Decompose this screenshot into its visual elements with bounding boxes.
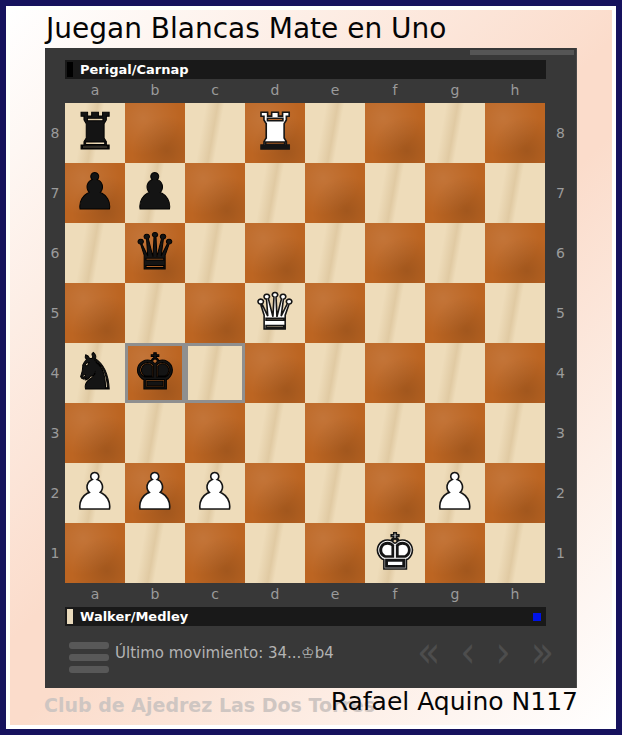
player-name-white: Walker/Medley xyxy=(80,609,188,624)
square-a8[interactable]: ♜ xyxy=(65,103,125,163)
page-title: Juegan Blancas Mate en Uno xyxy=(46,12,446,45)
square-c6[interactable] xyxy=(185,223,245,283)
chess-app-panel: Perigal/Carnap abcdefgh 87654321 8765432… xyxy=(45,48,577,688)
file-label: b xyxy=(125,585,185,603)
square-d1[interactable] xyxy=(245,523,305,583)
square-d7[interactable] xyxy=(245,163,305,223)
file-label: d xyxy=(245,585,305,603)
square-g7[interactable] xyxy=(425,163,485,223)
square-h3[interactable] xyxy=(485,403,545,463)
rank-label: 4 xyxy=(45,343,65,403)
square-b2[interactable]: ♟ xyxy=(125,463,185,523)
file-label: h xyxy=(485,585,545,603)
player-bar-black: Perigal/Carnap xyxy=(65,60,546,79)
square-b6[interactable]: ♛ xyxy=(125,223,185,283)
file-label: c xyxy=(185,585,245,603)
square-c5[interactable] xyxy=(185,283,245,343)
rank-label: 7 xyxy=(45,163,65,223)
piece-white-pawn: ♟ xyxy=(65,463,125,523)
square-c4[interactable] xyxy=(185,343,245,403)
square-e2[interactable] xyxy=(305,463,365,523)
file-labels-top: abcdefgh xyxy=(65,81,545,99)
square-h2[interactable] xyxy=(485,463,545,523)
file-labels-bottom: abcdefgh xyxy=(65,585,545,603)
rank-label: 1 xyxy=(45,523,65,583)
file-label: b xyxy=(125,81,185,99)
square-d5[interactable]: ♛ xyxy=(245,283,305,343)
square-a1[interactable] xyxy=(65,523,125,583)
rank-label: 5 xyxy=(545,283,576,343)
square-f7[interactable] xyxy=(365,163,425,223)
square-h7[interactable] xyxy=(485,163,545,223)
square-d8[interactable]: ♜ xyxy=(245,103,305,163)
piece-black-rook: ♜ xyxy=(65,103,125,163)
square-h6[interactable] xyxy=(485,223,545,283)
file-label: f xyxy=(365,81,425,99)
controls-bar: Último movimiento: 34...♔b4 « ‹ › » xyxy=(45,636,576,680)
square-f3[interactable] xyxy=(365,403,425,463)
square-f8[interactable] xyxy=(365,103,425,163)
square-g2[interactable]: ♟ xyxy=(425,463,485,523)
square-e8[interactable] xyxy=(305,103,365,163)
square-d3[interactable] xyxy=(245,403,305,463)
square-a5[interactable] xyxy=(65,283,125,343)
piece-black-king: ♚ xyxy=(125,343,185,403)
square-a3[interactable] xyxy=(65,403,125,463)
square-e1[interactable] xyxy=(305,523,365,583)
white-side-marker xyxy=(67,609,73,624)
nav-first-button[interactable]: « xyxy=(417,627,440,678)
file-label: e xyxy=(305,81,365,99)
square-g8[interactable] xyxy=(425,103,485,163)
rank-label: 6 xyxy=(545,223,576,283)
piece-white-rook: ♜ xyxy=(245,103,305,163)
square-b5[interactable] xyxy=(125,283,185,343)
file-label: a xyxy=(65,81,125,99)
piece-black-pawn: ♟ xyxy=(125,163,185,223)
square-e5[interactable] xyxy=(305,283,365,343)
rank-label: 1 xyxy=(545,523,576,583)
square-g1[interactable] xyxy=(425,523,485,583)
square-e4[interactable] xyxy=(305,343,365,403)
square-a2[interactable]: ♟ xyxy=(65,463,125,523)
square-b7[interactable]: ♟ xyxy=(125,163,185,223)
author-credit: Rafael Aquino N117 xyxy=(331,687,578,716)
file-label: a xyxy=(65,585,125,603)
menu-icon[interactable] xyxy=(69,642,109,673)
square-h5[interactable] xyxy=(485,283,545,343)
piece-black-queen: ♛ xyxy=(125,223,185,283)
player-bar-white: Walker/Medley xyxy=(65,607,546,626)
file-label: c xyxy=(185,81,245,99)
square-g5[interactable] xyxy=(425,283,485,343)
rank-label: 3 xyxy=(45,403,65,463)
square-b1[interactable] xyxy=(125,523,185,583)
square-d4[interactable] xyxy=(245,343,305,403)
square-g4[interactable] xyxy=(425,343,485,403)
rank-label: 8 xyxy=(545,103,576,163)
square-a4[interactable]: ♞ xyxy=(65,343,125,403)
move-indicator xyxy=(533,613,541,621)
rank-label: 8 xyxy=(45,103,65,163)
square-f6[interactable] xyxy=(365,223,425,283)
club-watermark: Club de Ajedrez Las Dos Torres xyxy=(44,694,375,716)
square-b8[interactable] xyxy=(125,103,185,163)
rank-label: 5 xyxy=(45,283,65,343)
square-c8[interactable] xyxy=(185,103,245,163)
square-c7[interactable] xyxy=(185,163,245,223)
file-label: e xyxy=(305,585,365,603)
square-b4[interactable]: ♚ xyxy=(125,343,185,403)
rank-label: 7 xyxy=(545,163,576,223)
piece-white-queen: ♛ xyxy=(245,283,305,343)
square-e6[interactable] xyxy=(305,223,365,283)
black-side-marker xyxy=(67,62,73,77)
square-b3[interactable] xyxy=(125,403,185,463)
last-move-text: Último movimiento: 34...♔b4 xyxy=(115,644,334,662)
piece-white-pawn: ♟ xyxy=(425,463,485,523)
piece-white-pawn: ♟ xyxy=(185,463,245,523)
square-e7[interactable] xyxy=(305,163,365,223)
square-f5[interactable] xyxy=(365,283,425,343)
rank-label: 2 xyxy=(545,463,576,523)
piece-white-king: ♚ xyxy=(365,523,425,583)
file-label: g xyxy=(425,81,485,99)
square-a6[interactable] xyxy=(65,223,125,283)
player-name-black: Perigal/Carnap xyxy=(80,62,189,77)
rank-label: 3 xyxy=(545,403,576,463)
square-h1[interactable] xyxy=(485,523,545,583)
chess-board: ♜♜♟♟♛♛♞♚♟♟♟♟♚ xyxy=(65,103,545,583)
file-label: h xyxy=(485,81,545,99)
nav-arrows: « ‹ › » xyxy=(417,630,554,674)
square-c1[interactable] xyxy=(185,523,245,583)
square-d6[interactable] xyxy=(245,223,305,283)
square-d2[interactable] xyxy=(245,463,305,523)
square-a7[interactable]: ♟ xyxy=(65,163,125,223)
file-label: f xyxy=(365,585,425,603)
rank-label: 6 xyxy=(45,223,65,283)
file-label: g xyxy=(425,585,485,603)
piece-white-pawn: ♟ xyxy=(125,463,185,523)
square-f2[interactable] xyxy=(365,463,425,523)
rank-label: 4 xyxy=(545,343,576,403)
square-h8[interactable] xyxy=(485,103,545,163)
file-label: d xyxy=(245,81,305,99)
square-e3[interactable] xyxy=(305,403,365,463)
square-c3[interactable] xyxy=(185,403,245,463)
square-h4[interactable] xyxy=(485,343,545,403)
square-f1[interactable]: ♚ xyxy=(365,523,425,583)
piece-black-knight: ♞ xyxy=(65,343,125,403)
rank-label: 2 xyxy=(45,463,65,523)
nav-next-button[interactable]: › xyxy=(496,627,511,678)
piece-black-pawn: ♟ xyxy=(65,163,125,223)
square-f4[interactable] xyxy=(365,343,425,403)
panel-top-strip xyxy=(470,50,574,55)
square-c2[interactable]: ♟ xyxy=(185,463,245,523)
square-g3[interactable] xyxy=(425,403,485,463)
square-g6[interactable] xyxy=(425,223,485,283)
nav-last-button[interactable]: » xyxy=(531,627,554,678)
nav-prev-button[interactable]: ‹ xyxy=(460,627,475,678)
